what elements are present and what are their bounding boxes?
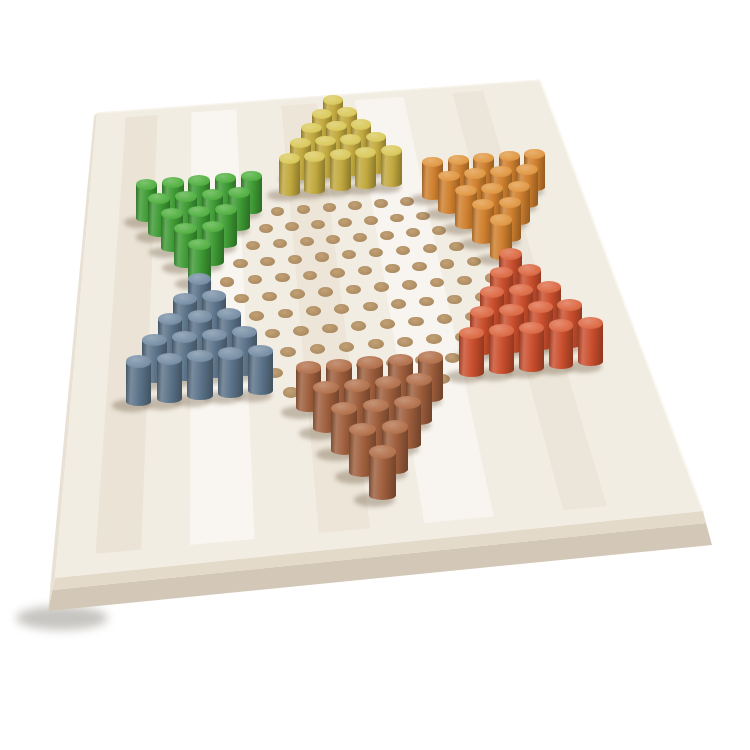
hole-empty[interactable] [351, 321, 366, 331]
hole-empty[interactable] [293, 326, 308, 336]
peg-top [509, 284, 533, 296]
peg-body [218, 354, 243, 398]
peg-top [326, 359, 352, 372]
hole-empty[interactable] [330, 268, 345, 277]
hole-empty[interactable] [339, 342, 355, 352]
hole-empty[interactable] [369, 248, 383, 257]
peg-top [136, 179, 158, 190]
peg-red[interactable] [549, 319, 574, 369]
peg-top [369, 445, 396, 459]
hole-empty[interactable] [412, 262, 427, 271]
hole-empty[interactable] [271, 207, 285, 216]
peg-top [188, 206, 210, 217]
hole-empty[interactable] [408, 317, 423, 327]
peg-top [173, 293, 197, 305]
hole-empty[interactable] [374, 282, 389, 292]
peg-top [142, 334, 167, 346]
hole-empty[interactable] [423, 244, 437, 253]
peg-body [187, 356, 212, 400]
hole-empty[interactable] [390, 214, 404, 223]
hole-empty[interactable] [396, 246, 410, 255]
peg-body [248, 351, 273, 395]
hole-empty[interactable] [353, 233, 367, 242]
peg-body [157, 359, 182, 403]
hole-empty[interactable] [318, 287, 333, 297]
hole-empty[interactable] [275, 273, 290, 282]
peg-yellow[interactable] [355, 147, 376, 189]
hole-empty[interactable] [385, 264, 400, 273]
peg-body [381, 150, 402, 187]
peg-blue[interactable] [187, 350, 212, 401]
peg-brown[interactable] [369, 445, 396, 500]
peg-top [490, 166, 512, 177]
hole-empty[interactable] [342, 250, 356, 259]
hole-empty[interactable] [311, 220, 325, 229]
peg-top [557, 299, 581, 311]
peg-body [578, 323, 603, 367]
hole-empty[interactable] [246, 241, 260, 250]
peg-top [519, 322, 544, 334]
peg-top [344, 379, 370, 392]
peg-top [162, 177, 184, 188]
hole-empty[interactable] [280, 347, 296, 357]
hole-empty[interactable] [406, 228, 420, 237]
peg-red[interactable] [459, 327, 484, 377]
peg-top [126, 355, 151, 368]
peg-top [279, 153, 300, 164]
hole-empty[interactable] [380, 319, 395, 329]
peg-top [202, 189, 224, 200]
hole-empty[interactable] [419, 297, 434, 307]
peg-top [188, 310, 212, 322]
hole-empty[interactable] [338, 218, 352, 227]
hole-empty[interactable] [334, 304, 349, 314]
hole-empty[interactable] [259, 224, 273, 233]
peg-body [489, 331, 514, 375]
hole-empty[interactable] [348, 201, 362, 210]
hole-empty[interactable] [306, 306, 321, 316]
chinese-checkers-board-photo [0, 0, 750, 750]
peg-body [459, 333, 484, 377]
peg-red[interactable] [519, 322, 544, 372]
hole-empty[interactable] [391, 299, 406, 309]
hole-empty[interactable] [430, 278, 445, 288]
peg-layer [0, 0, 750, 750]
peg-top [337, 107, 357, 117]
peg-top [464, 168, 486, 179]
peg-top [215, 204, 237, 215]
peg-top [578, 317, 603, 329]
peg-top [157, 353, 182, 366]
hole-empty[interactable] [457, 276, 472, 286]
hole-empty[interactable] [447, 295, 462, 305]
peg-top [304, 151, 325, 162]
peg-top [188, 175, 210, 186]
peg-top [351, 119, 372, 129]
hole-empty[interactable] [265, 329, 280, 339]
hole-empty[interactable] [297, 205, 311, 214]
hole-empty[interactable] [440, 259, 455, 268]
peg-top [455, 185, 477, 196]
hole-empty[interactable] [364, 216, 378, 225]
peg-top [499, 304, 524, 316]
peg-blue[interactable] [126, 355, 151, 406]
peg-top [480, 286, 504, 298]
peg-top [175, 191, 197, 202]
peg-top [516, 164, 538, 175]
peg-top [330, 149, 351, 160]
hole-empty[interactable] [262, 292, 277, 302]
peg-yellow[interactable] [304, 151, 325, 194]
peg-top [508, 181, 530, 192]
hole-empty[interactable] [426, 334, 442, 344]
hole-empty[interactable] [346, 285, 361, 295]
peg-top [499, 248, 522, 260]
peg-body [519, 328, 544, 372]
peg-top [375, 376, 401, 389]
peg-top [381, 145, 402, 156]
peg-top [382, 420, 409, 433]
hole-empty[interactable] [323, 203, 337, 212]
hole-empty[interactable] [260, 257, 275, 266]
peg-body [330, 154, 351, 191]
peg-top [549, 319, 574, 331]
hole-empty[interactable] [234, 294, 249, 304]
peg-top [490, 214, 513, 225]
hole-empty[interactable] [326, 235, 340, 244]
hole-empty[interactable] [397, 337, 413, 347]
peg-red[interactable] [489, 324, 514, 374]
hole-empty[interactable] [322, 324, 337, 334]
peg-top [388, 354, 414, 367]
hole-empty[interactable] [358, 266, 373, 275]
peg-body [126, 361, 151, 405]
peg-blue[interactable] [157, 353, 182, 404]
hole-empty[interactable] [288, 255, 302, 264]
hole-empty[interactable] [374, 199, 388, 208]
hole-empty[interactable] [300, 237, 314, 246]
peg-body [369, 452, 396, 500]
peg-yellow[interactable] [330, 149, 351, 191]
peg-top [489, 324, 514, 337]
peg-yellow[interactable] [381, 145, 402, 187]
peg-top [357, 356, 383, 369]
peg-top [228, 187, 250, 198]
peg-body [549, 325, 574, 369]
peg-top [481, 183, 503, 194]
hole-empty[interactable] [285, 222, 299, 231]
peg-body [355, 152, 376, 189]
hole-empty[interactable] [273, 239, 287, 248]
peg-top [218, 347, 243, 360]
hole-empty[interactable] [278, 309, 293, 319]
hole-empty[interactable] [380, 231, 394, 240]
hole-empty[interactable] [220, 277, 235, 286]
peg-blue[interactable] [248, 345, 273, 395]
peg-top [312, 109, 332, 119]
peg-top [340, 134, 361, 145]
hole-empty[interactable] [233, 259, 248, 268]
hole-empty[interactable] [303, 271, 318, 280]
peg-top [202, 329, 227, 341]
peg-red[interactable] [578, 317, 603, 367]
hole-empty[interactable] [363, 302, 378, 312]
peg-top [323, 95, 343, 105]
hole-empty[interactable] [249, 311, 264, 321]
peg-top [418, 351, 443, 364]
peg-body [304, 156, 325, 193]
hole-empty[interactable] [248, 275, 263, 284]
hole-empty[interactable] [402, 280, 417, 290]
peg-top [202, 221, 225, 232]
peg-yellow[interactable] [279, 153, 300, 196]
peg-blue[interactable] [218, 347, 243, 397]
peg-body [279, 158, 300, 195]
peg-top [188, 239, 211, 251]
hole-empty[interactable] [290, 289, 305, 299]
peg-top [438, 171, 460, 182]
hole-empty[interactable] [310, 344, 326, 354]
hole-empty[interactable] [368, 339, 384, 349]
hole-empty[interactable] [315, 252, 329, 261]
hole-empty[interactable] [437, 314, 452, 324]
peg-top [355, 147, 376, 158]
